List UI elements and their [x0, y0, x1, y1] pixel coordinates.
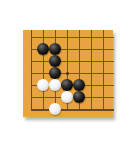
black-stone[interactable]: [37, 43, 49, 55]
black-stone[interactable]: [49, 67, 61, 79]
black-stone[interactable]: [61, 79, 73, 91]
black-stone[interactable]: [73, 91, 85, 103]
white-stone[interactable]: [61, 91, 73, 103]
white-stone[interactable]: [37, 79, 49, 91]
white-stone[interactable]: [49, 103, 61, 115]
black-stone[interactable]: [73, 79, 85, 91]
white-stone[interactable]: [49, 79, 61, 91]
go-board[interactable]: [23, 30, 113, 117]
stones-grid: [25, 31, 109, 115]
black-stone[interactable]: [49, 55, 61, 67]
page-canvas: [0, 0, 140, 150]
black-stone[interactable]: [49, 43, 61, 55]
